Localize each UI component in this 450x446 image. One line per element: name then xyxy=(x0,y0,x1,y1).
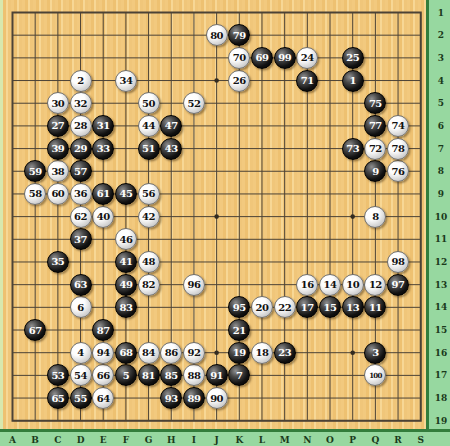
stone-black-39-C7: 39 xyxy=(47,138,69,160)
stone-white-80-J2: 80 xyxy=(206,24,228,46)
col-label-N: N xyxy=(300,434,314,446)
row-label-6: 6 xyxy=(429,121,450,131)
row-label-7: 7 xyxy=(429,144,450,154)
stone-white-38-C8: 38 xyxy=(47,160,69,182)
col-label-K: K xyxy=(232,434,246,446)
stone-black-31-E6: 31 xyxy=(92,115,114,137)
col-label-O: O xyxy=(323,434,337,446)
row-label-14: 14 xyxy=(429,302,450,312)
stone-white-34-F4: 34 xyxy=(115,70,137,92)
col-label-C: C xyxy=(51,434,65,446)
stone-black-93-H18: 93 xyxy=(160,387,182,409)
row-label-10: 10 xyxy=(429,212,450,222)
stone-white-100-Q17: 100 xyxy=(364,364,386,386)
stone-white-28-D6: 28 xyxy=(70,115,92,137)
stone-black-79-K2: 79 xyxy=(228,24,250,46)
stone-white-2-D4: 2 xyxy=(70,70,92,92)
stone-white-20-L14: 20 xyxy=(251,296,273,318)
stone-white-50-G5: 50 xyxy=(138,92,160,114)
col-label-Q: Q xyxy=(368,434,382,446)
stone-black-68-F16: 68 xyxy=(115,342,137,364)
col-label-A: A xyxy=(6,434,20,446)
stone-white-92-I16: 92 xyxy=(183,342,205,364)
stone-black-1-P4: 1 xyxy=(342,70,364,92)
stone-black-73-P7: 73 xyxy=(342,138,364,160)
stone-black-65-C18: 65 xyxy=(47,387,69,409)
stone-black-3-Q16: 3 xyxy=(364,342,386,364)
row-label-19: 19 xyxy=(429,416,450,426)
stone-white-54-D17: 54 xyxy=(70,364,92,386)
stone-white-72-Q7: 72 xyxy=(364,138,386,160)
stone-black-87-E15: 87 xyxy=(92,319,114,341)
stone-black-9-Q8: 9 xyxy=(364,160,386,182)
stone-white-88-I17: 88 xyxy=(183,364,205,386)
stone-white-42-G10: 42 xyxy=(138,206,160,228)
stone-black-29-D7: 29 xyxy=(70,138,92,160)
row-label-5: 5 xyxy=(429,98,450,108)
stone-white-98-R12: 98 xyxy=(387,251,409,273)
stone-black-43-H7: 43 xyxy=(160,138,182,160)
row-label-2: 2 xyxy=(429,30,450,40)
stone-white-46-F11: 46 xyxy=(115,228,137,250)
stone-white-52-I5: 52 xyxy=(183,92,205,114)
stone-white-66-E17: 66 xyxy=(92,364,114,386)
stone-black-49-F13: 49 xyxy=(115,274,137,296)
stone-white-40-E10: 40 xyxy=(92,206,114,228)
col-label-D: D xyxy=(74,434,88,446)
stone-black-63-D13: 63 xyxy=(70,274,92,296)
stone-black-47-H6: 47 xyxy=(160,115,182,137)
row-label-1: 1 xyxy=(429,8,450,18)
stone-black-41-F12: 41 xyxy=(115,251,137,273)
col-label-I: I xyxy=(187,434,201,446)
stone-black-35-C12: 35 xyxy=(47,251,69,273)
row-label-11: 11 xyxy=(429,234,450,244)
stone-black-37-D11: 37 xyxy=(70,228,92,250)
stone-black-83-F14: 83 xyxy=(115,296,137,318)
stone-black-11-Q14: 11 xyxy=(364,296,386,318)
col-label-F: F xyxy=(119,434,133,446)
stone-white-78-R7: 78 xyxy=(387,138,409,160)
col-label-L: L xyxy=(255,434,269,446)
row-label-9: 9 xyxy=(429,189,450,199)
stone-black-19-K16: 19 xyxy=(228,342,250,364)
stone-white-30-C5: 30 xyxy=(47,92,69,114)
col-label-E: E xyxy=(96,434,110,446)
row-label-17: 17 xyxy=(429,370,450,380)
stone-black-57-D8: 57 xyxy=(70,160,92,182)
stone-white-10-P13: 10 xyxy=(342,274,364,296)
stone-white-4-D16: 4 xyxy=(70,342,92,364)
stone-white-14-O13: 14 xyxy=(319,274,341,296)
right-coordinate-strip: 12345678910111213141516171819 xyxy=(426,0,450,446)
stone-white-8-Q10: 8 xyxy=(364,206,386,228)
stone-white-94-E16: 94 xyxy=(92,342,114,364)
stone-black-71-N4: 71 xyxy=(296,70,318,92)
stone-black-23-M16: 23 xyxy=(274,342,296,364)
stone-white-76-R8: 76 xyxy=(387,160,409,182)
stone-black-53-C17: 53 xyxy=(47,364,69,386)
stone-black-61-E9: 61 xyxy=(92,183,114,205)
col-label-B: B xyxy=(28,434,42,446)
stone-white-26-K4: 26 xyxy=(228,70,250,92)
row-label-13: 13 xyxy=(429,280,450,290)
row-label-16: 16 xyxy=(429,348,450,358)
stone-white-36-D9: 36 xyxy=(70,183,92,205)
stone-white-58-B9: 58 xyxy=(24,183,46,205)
stone-white-56-G9: 56 xyxy=(138,183,160,205)
stone-black-85-H17: 85 xyxy=(160,364,182,386)
stone-black-51-G7: 51 xyxy=(138,138,160,160)
col-label-R: R xyxy=(391,434,405,446)
stone-white-12-Q13: 12 xyxy=(364,274,386,296)
stone-black-21-K15: 21 xyxy=(228,319,250,341)
stone-white-44-G6: 44 xyxy=(138,115,160,137)
stone-black-59-B8: 59 xyxy=(24,160,46,182)
stone-black-99-M3: 99 xyxy=(274,47,296,69)
col-label-M: M xyxy=(278,434,292,446)
row-label-4: 4 xyxy=(429,76,450,86)
col-label-H: H xyxy=(164,434,178,446)
stone-white-18-L16: 18 xyxy=(251,342,273,364)
stone-white-24-N3: 24 xyxy=(296,47,318,69)
row-label-3: 3 xyxy=(429,53,450,63)
stone-white-64-E18: 64 xyxy=(92,387,114,409)
stone-white-74-R6: 74 xyxy=(387,115,409,137)
stone-white-22-M14: 22 xyxy=(274,296,296,318)
stone-white-84-G16: 84 xyxy=(138,342,160,364)
row-label-12: 12 xyxy=(429,257,450,267)
go-board-window: 1234567891011121314151617181920212223242… xyxy=(0,0,450,446)
row-label-18: 18 xyxy=(429,393,450,403)
stone-black-15-O14: 15 xyxy=(319,296,341,318)
col-label-S: S xyxy=(414,434,428,446)
stone-black-25-P3: 25 xyxy=(342,47,364,69)
stone-black-45-F9: 45 xyxy=(115,183,137,205)
bottom-coordinate-strip: ABCDEFGHIJKLMNOPQRS xyxy=(0,429,450,446)
row-label-8: 8 xyxy=(429,166,450,176)
stone-white-82-G13: 82 xyxy=(138,274,160,296)
col-label-P: P xyxy=(346,434,360,446)
stone-black-17-N14: 17 xyxy=(296,296,318,318)
stone-white-62-D10: 62 xyxy=(70,206,92,228)
stone-black-33-E7: 33 xyxy=(92,138,114,160)
stone-white-32-D5: 32 xyxy=(70,92,92,114)
stone-black-5-F17: 5 xyxy=(115,364,137,386)
stone-black-89-I18: 89 xyxy=(183,387,205,409)
stone-black-55-D18: 55 xyxy=(70,387,92,409)
stone-black-95-K14: 95 xyxy=(228,296,250,318)
stone-black-7-K17: 7 xyxy=(228,364,250,386)
stone-black-81-G17: 81 xyxy=(138,364,160,386)
stone-white-86-H16: 86 xyxy=(160,342,182,364)
stone-white-70-K3: 70 xyxy=(228,47,250,69)
stone-white-90-J18: 90 xyxy=(206,387,228,409)
stone-black-77-Q6: 77 xyxy=(364,115,386,137)
row-label-15: 15 xyxy=(429,325,450,335)
stone-white-96-I13: 96 xyxy=(183,274,205,296)
stone-black-91-J17: 91 xyxy=(206,364,228,386)
stone-black-27-C6: 27 xyxy=(47,115,69,137)
col-label-G: G xyxy=(142,434,156,446)
stone-black-13-P14: 13 xyxy=(342,296,364,318)
stone-black-67-B15: 67 xyxy=(24,319,46,341)
stone-black-69-L3: 69 xyxy=(251,47,273,69)
col-label-J: J xyxy=(210,434,224,446)
stone-white-48-G12: 48 xyxy=(138,251,160,273)
stone-white-6-D14: 6 xyxy=(70,296,92,318)
stone-black-75-Q5: 75 xyxy=(364,92,386,114)
stone-black-97-R13: 97 xyxy=(387,274,409,296)
stone-white-60-C9: 60 xyxy=(47,183,69,205)
stone-white-16-N13: 16 xyxy=(296,274,318,296)
